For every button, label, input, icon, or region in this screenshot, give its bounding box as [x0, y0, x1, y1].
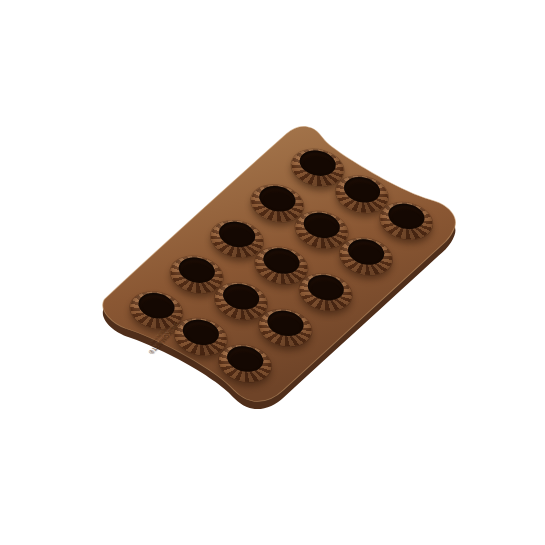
cavity-hole [220, 341, 270, 377]
cavity-hole [341, 234, 391, 270]
cavity-hole [337, 172, 387, 208]
photo-background: SILIKOMART® MADE IN ITALY [0, 0, 545, 545]
cavity-hole [260, 305, 310, 341]
cavity-hole [252, 181, 302, 217]
cavity-hole [212, 216, 262, 252]
cavity-hole [176, 314, 226, 350]
cavity-hole [381, 198, 431, 234]
cavity-hole [256, 243, 306, 279]
cavity-hole [293, 145, 343, 181]
cavity-hole [216, 279, 266, 315]
cavity-hole [297, 207, 347, 243]
cavity-hole [172, 252, 222, 288]
chocolate-mold: SILIKOMART® MADE IN ITALY [85, 120, 473, 415]
cavity-hole [301, 270, 351, 306]
